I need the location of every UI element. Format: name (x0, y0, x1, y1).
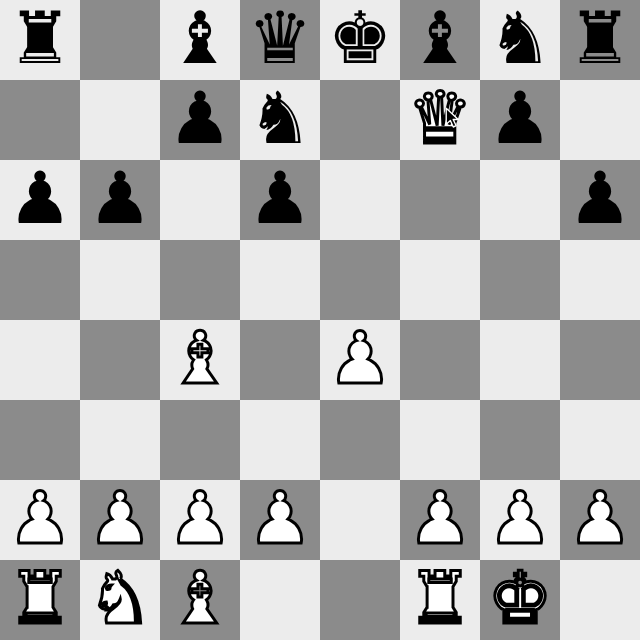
square-c4[interactable]: ♝ (160, 320, 240, 400)
white-pawn[interactable]: ♟ (408, 478, 473, 558)
square-c8[interactable]: ♝ (160, 0, 240, 80)
square-f6[interactable] (400, 160, 480, 240)
square-a4[interactable] (0, 320, 80, 400)
square-b4[interactable] (80, 320, 160, 400)
square-e5[interactable] (320, 240, 400, 320)
black-knight[interactable]: ♞ (248, 78, 313, 158)
square-d6[interactable]: ♟ (240, 160, 320, 240)
square-g7[interactable]: ♟ (480, 80, 560, 160)
black-pawn[interactable]: ♟ (88, 158, 153, 238)
square-g5[interactable] (480, 240, 560, 320)
square-d7[interactable]: ♞ (240, 80, 320, 160)
white-bishop[interactable]: ♝ (168, 558, 233, 638)
square-d5[interactable] (240, 240, 320, 320)
white-pawn[interactable]: ♟ (8, 478, 73, 558)
white-rook[interactable]: ♜ (8, 558, 73, 638)
black-pawn[interactable]: ♟ (8, 158, 73, 238)
square-h2[interactable]: ♟ (560, 480, 640, 560)
square-f8[interactable]: ♝ (400, 0, 480, 80)
square-f2[interactable]: ♟ (400, 480, 480, 560)
black-rook[interactable]: ♜ (568, 0, 633, 78)
white-pawn[interactable]: ♟ (488, 478, 553, 558)
square-b3[interactable] (80, 400, 160, 480)
square-e1[interactable] (320, 560, 400, 640)
white-pawn[interactable]: ♟ (168, 478, 233, 558)
square-d8[interactable]: ♛ (240, 0, 320, 80)
square-h6[interactable]: ♟ (560, 160, 640, 240)
square-a7[interactable] (0, 80, 80, 160)
square-f5[interactable] (400, 240, 480, 320)
square-d4[interactable] (240, 320, 320, 400)
square-d2[interactable]: ♟ (240, 480, 320, 560)
square-a3[interactable] (0, 400, 80, 480)
square-h4[interactable] (560, 320, 640, 400)
square-g2[interactable]: ♟ (480, 480, 560, 560)
black-knight[interactable]: ♞ (488, 0, 553, 78)
square-b7[interactable] (80, 80, 160, 160)
white-pawn[interactable]: ♟ (248, 478, 313, 558)
square-h7[interactable] (560, 80, 640, 160)
square-h8[interactable]: ♜ (560, 0, 640, 80)
square-c7[interactable]: ♟ (160, 80, 240, 160)
white-king[interactable]: ♚ (488, 558, 553, 638)
black-rook[interactable]: ♜ (8, 0, 73, 78)
black-queen[interactable]: ♛ (248, 0, 313, 78)
board-grid: ♜♝♛♚♝♞♜♟♞♛♟♟♟♟♟♝♟♟♟♟♟♟♟♟♜♞♝♜♚ (0, 0, 640, 640)
square-a2[interactable]: ♟ (0, 480, 80, 560)
square-d1[interactable] (240, 560, 320, 640)
square-c6[interactable] (160, 160, 240, 240)
square-a1[interactable]: ♜ (0, 560, 80, 640)
square-f1[interactable]: ♜ (400, 560, 480, 640)
white-knight[interactable]: ♞ (88, 558, 153, 638)
square-b8[interactable] (80, 0, 160, 80)
square-c5[interactable] (160, 240, 240, 320)
square-e7[interactable] (320, 80, 400, 160)
square-h5[interactable] (560, 240, 640, 320)
chessboard: ♜♝♛♚♝♞♜♟♞♛♟♟♟♟♟♝♟♟♟♟♟♟♟♟♜♞♝♜♚ (0, 0, 640, 640)
square-d3[interactable] (240, 400, 320, 480)
white-rook[interactable]: ♜ (408, 558, 473, 638)
black-pawn[interactable]: ♟ (168, 78, 233, 158)
square-h3[interactable] (560, 400, 640, 480)
square-g8[interactable]: ♞ (480, 0, 560, 80)
white-queen[interactable]: ♛ (408, 78, 473, 158)
black-bishop[interactable]: ♝ (408, 0, 473, 78)
square-b1[interactable]: ♞ (80, 560, 160, 640)
square-a5[interactable] (0, 240, 80, 320)
square-b2[interactable]: ♟ (80, 480, 160, 560)
square-f3[interactable] (400, 400, 480, 480)
square-h1[interactable] (560, 560, 640, 640)
square-b6[interactable]: ♟ (80, 160, 160, 240)
square-a6[interactable]: ♟ (0, 160, 80, 240)
black-pawn[interactable]: ♟ (568, 158, 633, 238)
square-e2[interactable] (320, 480, 400, 560)
black-pawn[interactable]: ♟ (488, 78, 553, 158)
square-a8[interactable]: ♜ (0, 0, 80, 80)
square-g4[interactable] (480, 320, 560, 400)
square-e4[interactable]: ♟ (320, 320, 400, 400)
square-c2[interactable]: ♟ (160, 480, 240, 560)
white-pawn[interactable]: ♟ (568, 478, 633, 558)
square-c3[interactable] (160, 400, 240, 480)
black-pawn[interactable]: ♟ (248, 158, 313, 238)
square-e6[interactable] (320, 160, 400, 240)
square-g3[interactable] (480, 400, 560, 480)
white-pawn[interactable]: ♟ (328, 318, 393, 398)
white-bishop[interactable]: ♝ (168, 318, 233, 398)
square-f4[interactable] (400, 320, 480, 400)
black-king[interactable]: ♚ (328, 0, 393, 78)
white-pawn[interactable]: ♟ (88, 478, 153, 558)
square-g1[interactable]: ♚ (480, 560, 560, 640)
square-g6[interactable] (480, 160, 560, 240)
square-e8[interactable]: ♚ (320, 0, 400, 80)
square-f7[interactable]: ♛ (400, 80, 480, 160)
square-c1[interactable]: ♝ (160, 560, 240, 640)
black-bishop[interactable]: ♝ (168, 0, 233, 78)
square-e3[interactable] (320, 400, 400, 480)
square-b5[interactable] (80, 240, 160, 320)
